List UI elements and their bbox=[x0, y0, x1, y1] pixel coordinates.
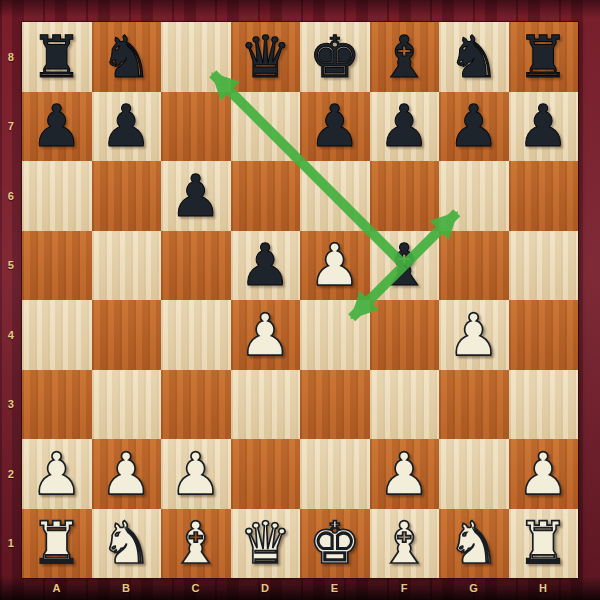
square-a8[interactable]: ♜ bbox=[22, 22, 92, 92]
square-e6[interactable] bbox=[300, 161, 370, 231]
square-a1[interactable]: ♜ bbox=[22, 509, 92, 579]
square-g4[interactable]: ♟ bbox=[439, 300, 509, 370]
piece-white-king-e1[interactable]: ♚ bbox=[300, 509, 370, 579]
file-label-c: C bbox=[192, 582, 200, 594]
rank-label-1: 1 bbox=[8, 537, 15, 549]
piece-black-pawn-c6[interactable]: ♟ bbox=[161, 161, 231, 231]
square-d3[interactable] bbox=[231, 370, 301, 440]
square-c3[interactable] bbox=[161, 370, 231, 440]
piece-black-pawn-g7[interactable]: ♟ bbox=[439, 92, 509, 162]
square-h2[interactable]: ♟ bbox=[509, 439, 579, 509]
square-h8[interactable]: ♜ bbox=[509, 22, 579, 92]
square-b5[interactable] bbox=[92, 231, 162, 301]
piece-white-rook-a1[interactable]: ♜ bbox=[22, 509, 92, 579]
chess-board: ♜♞♛♚♝♞♜♟♟♟♟♟♟♟♟♟♝♟♟♟♟♟♟♟♜♞♝♛♚♝♞♜ bbox=[22, 22, 578, 578]
square-a2[interactable]: ♟ bbox=[22, 439, 92, 509]
square-c2[interactable]: ♟ bbox=[161, 439, 231, 509]
file-label-h: H bbox=[539, 582, 547, 594]
square-g1[interactable]: ♞ bbox=[439, 509, 509, 579]
piece-black-king-e8[interactable]: ♚ bbox=[300, 22, 370, 92]
square-a7[interactable]: ♟ bbox=[22, 92, 92, 162]
rank-label-2: 2 bbox=[8, 468, 15, 480]
square-e7[interactable]: ♟ bbox=[300, 92, 370, 162]
square-c7[interactable] bbox=[161, 92, 231, 162]
piece-white-pawn-c2[interactable]: ♟ bbox=[161, 439, 231, 509]
piece-white-pawn-d4[interactable]: ♟ bbox=[231, 300, 301, 370]
square-f5[interactable]: ♝ bbox=[370, 231, 440, 301]
square-a3[interactable] bbox=[22, 370, 92, 440]
piece-white-pawn-f2[interactable]: ♟ bbox=[370, 439, 440, 509]
square-f3[interactable] bbox=[370, 370, 440, 440]
square-d1[interactable]: ♛ bbox=[231, 509, 301, 579]
piece-black-queen-d8[interactable]: ♛ bbox=[231, 22, 301, 92]
square-b4[interactable] bbox=[92, 300, 162, 370]
square-d4[interactable]: ♟ bbox=[231, 300, 301, 370]
square-b8[interactable]: ♞ bbox=[92, 22, 162, 92]
square-c4[interactable] bbox=[161, 300, 231, 370]
piece-white-pawn-g4[interactable]: ♟ bbox=[439, 300, 509, 370]
square-f8[interactable]: ♝ bbox=[370, 22, 440, 92]
square-g7[interactable]: ♟ bbox=[439, 92, 509, 162]
file-label-b: B bbox=[122, 582, 130, 594]
piece-black-pawn-b7[interactable]: ♟ bbox=[92, 92, 162, 162]
piece-black-bishop-f5[interactable]: ♝ bbox=[370, 231, 440, 301]
piece-white-knight-g1[interactable]: ♞ bbox=[439, 509, 509, 579]
square-d6[interactable] bbox=[231, 161, 301, 231]
piece-white-pawn-e5[interactable]: ♟ bbox=[300, 231, 370, 301]
square-d7[interactable] bbox=[231, 92, 301, 162]
square-c1[interactable]: ♝ bbox=[161, 509, 231, 579]
rank-label-3: 3 bbox=[8, 398, 15, 410]
file-label-g: G bbox=[469, 582, 478, 594]
piece-white-knight-b1[interactable]: ♞ bbox=[92, 509, 162, 579]
square-e5[interactable]: ♟ bbox=[300, 231, 370, 301]
square-c6[interactable]: ♟ bbox=[161, 161, 231, 231]
square-d5[interactable]: ♟ bbox=[231, 231, 301, 301]
square-b2[interactable]: ♟ bbox=[92, 439, 162, 509]
square-d2[interactable] bbox=[231, 439, 301, 509]
square-e8[interactable]: ♚ bbox=[300, 22, 370, 92]
square-a6[interactable] bbox=[22, 161, 92, 231]
piece-black-knight-b8[interactable]: ♞ bbox=[92, 22, 162, 92]
rank-label-6: 6 bbox=[8, 190, 15, 202]
square-g3[interactable] bbox=[439, 370, 509, 440]
square-b6[interactable] bbox=[92, 161, 162, 231]
square-d8[interactable]: ♛ bbox=[231, 22, 301, 92]
square-b1[interactable]: ♞ bbox=[92, 509, 162, 579]
square-c8[interactable] bbox=[161, 22, 231, 92]
piece-white-bishop-f1[interactable]: ♝ bbox=[370, 509, 440, 579]
piece-white-bishop-c1[interactable]: ♝ bbox=[161, 509, 231, 579]
piece-black-bishop-f8[interactable]: ♝ bbox=[370, 22, 440, 92]
piece-black-pawn-a7[interactable]: ♟ bbox=[22, 92, 92, 162]
square-f6[interactable] bbox=[370, 161, 440, 231]
rank-label-4: 4 bbox=[8, 329, 15, 341]
file-label-a: A bbox=[53, 582, 61, 594]
piece-black-rook-a8[interactable]: ♜ bbox=[22, 22, 92, 92]
rank-label-5: 5 bbox=[8, 259, 15, 271]
piece-white-rook-h1[interactable]: ♜ bbox=[509, 509, 579, 579]
square-h3[interactable] bbox=[509, 370, 579, 440]
square-c5[interactable] bbox=[161, 231, 231, 301]
square-b7[interactable]: ♟ bbox=[92, 92, 162, 162]
rank-label-8: 8 bbox=[8, 51, 15, 63]
piece-white-pawn-a2[interactable]: ♟ bbox=[22, 439, 92, 509]
piece-white-pawn-h2[interactable]: ♟ bbox=[509, 439, 579, 509]
square-h6[interactable] bbox=[509, 161, 579, 231]
square-g5[interactable] bbox=[439, 231, 509, 301]
square-h1[interactable]: ♜ bbox=[509, 509, 579, 579]
square-h7[interactable]: ♟ bbox=[509, 92, 579, 162]
rank-label-7: 7 bbox=[8, 120, 15, 132]
square-e2[interactable] bbox=[300, 439, 370, 509]
square-f4[interactable] bbox=[370, 300, 440, 370]
square-b3[interactable] bbox=[92, 370, 162, 440]
piece-black-pawn-e7[interactable]: ♟ bbox=[300, 92, 370, 162]
square-g8[interactable]: ♞ bbox=[439, 22, 509, 92]
board-frame: ♜♞♛♚♝♞♜♟♟♟♟♟♟♟♟♟♝♟♟♟♟♟♟♟♜♞♝♛♚♝♞♜ 8765432… bbox=[0, 0, 600, 600]
square-e4[interactable] bbox=[300, 300, 370, 370]
piece-black-pawn-h7[interactable]: ♟ bbox=[509, 92, 579, 162]
square-e1[interactable]: ♚ bbox=[300, 509, 370, 579]
file-label-e: E bbox=[331, 582, 339, 594]
piece-black-knight-g8[interactable]: ♞ bbox=[439, 22, 509, 92]
square-f7[interactable]: ♟ bbox=[370, 92, 440, 162]
file-label-d: D bbox=[261, 582, 269, 594]
square-f2[interactable]: ♟ bbox=[370, 439, 440, 509]
square-e3[interactable] bbox=[300, 370, 370, 440]
piece-black-pawn-f7[interactable]: ♟ bbox=[370, 92, 440, 162]
square-g6[interactable] bbox=[439, 161, 509, 231]
square-g2[interactable] bbox=[439, 439, 509, 509]
piece-black-rook-h8[interactable]: ♜ bbox=[509, 22, 579, 92]
piece-black-pawn-d5[interactable]: ♟ bbox=[231, 231, 301, 301]
square-h4[interactable] bbox=[509, 300, 579, 370]
piece-white-pawn-b2[interactable]: ♟ bbox=[92, 439, 162, 509]
square-a4[interactable] bbox=[22, 300, 92, 370]
square-h5[interactable] bbox=[509, 231, 579, 301]
square-f1[interactable]: ♝ bbox=[370, 509, 440, 579]
piece-white-queen-d1[interactable]: ♛ bbox=[231, 509, 301, 579]
square-a5[interactable] bbox=[22, 231, 92, 301]
file-label-f: F bbox=[401, 582, 408, 594]
